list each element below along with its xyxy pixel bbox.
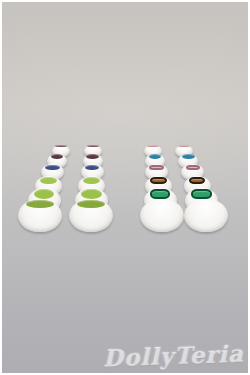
iris — [186, 165, 200, 171]
iris — [191, 189, 212, 199]
iris — [55, 145, 66, 147]
iris — [26, 200, 53, 208]
iris — [51, 154, 63, 159]
doll-eye — [69, 199, 113, 232]
iris — [147, 145, 158, 147]
iris — [40, 177, 57, 185]
doll-eye — [18, 199, 62, 232]
photo: DollyTeria — [0, 0, 250, 375]
iris — [182, 154, 194, 159]
iris — [85, 165, 99, 171]
iris — [34, 189, 55, 199]
iris — [81, 189, 102, 199]
iris — [150, 177, 167, 185]
watermark: DollyTeria — [103, 340, 245, 372]
iris — [83, 177, 100, 185]
iris — [189, 177, 206, 185]
iris — [45, 165, 59, 171]
iris — [178, 145, 189, 147]
iris — [149, 165, 163, 171]
iris — [150, 189, 171, 199]
iris — [149, 154, 161, 159]
iris — [86, 154, 98, 159]
doll-eye — [184, 199, 228, 232]
iris — [77, 200, 104, 208]
doll-eye — [140, 199, 184, 232]
iris — [87, 145, 98, 147]
